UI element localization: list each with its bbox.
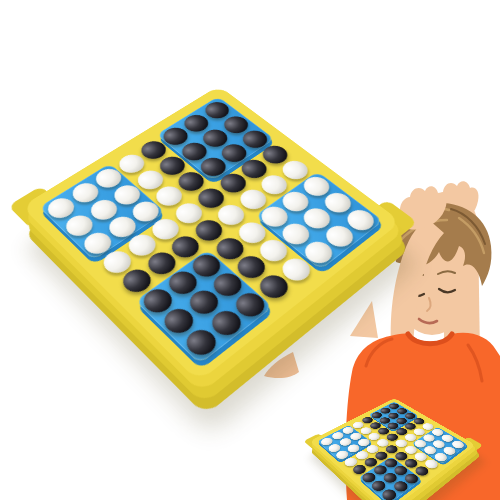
child-right-eyebrow	[438, 271, 455, 274]
child-hair-shadow	[451, 209, 485, 244]
small-game-board	[252, 303, 500, 500]
child-hair-highlight	[400, 208, 484, 253]
marble-grid	[318, 402, 468, 500]
small-board-face	[310, 398, 476, 500]
product-photo-scene	[0, 0, 500, 500]
child-right-eye	[439, 289, 455, 292]
child-left-eyebrow	[404, 274, 423, 278]
child-left-eye	[407, 292, 424, 296]
child-hand-right	[434, 181, 479, 225]
